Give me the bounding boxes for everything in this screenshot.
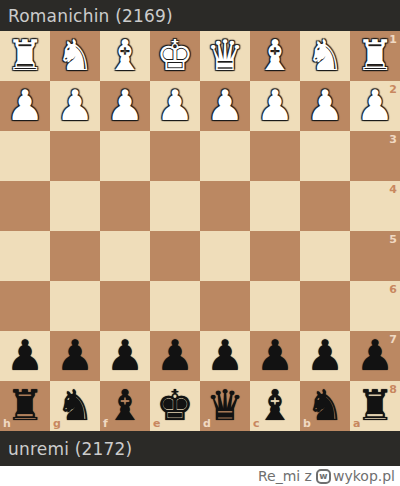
square-d6[interactable] [200,281,250,331]
white-pawn[interactable]: ♟ [300,81,350,131]
square-h3[interactable] [0,131,50,181]
square-f4[interactable] [100,181,150,231]
square-g5[interactable] [50,231,100,281]
square-a3[interactable]: 3 [350,131,400,181]
square-a8[interactable]: ♜8a [350,381,400,431]
square-b2[interactable]: ♟ [300,81,350,131]
square-g7[interactable]: ♟ [50,331,100,381]
black-knight[interactable]: ♞ [50,381,100,431]
square-c5[interactable] [250,231,300,281]
black-pawn[interactable]: ♟ [300,331,350,381]
chess-board: ♜♞♝♚♛♝♞♜1♟♟♟♟♟♟♟♟23456♟♟♟♟♟♟♟♟7♜h♞g♝f♚e♛… [0,31,400,431]
square-f5[interactable] [100,231,150,281]
square-b1[interactable]: ♞ [300,31,350,81]
rank-label-3: 3 [389,134,397,145]
white-rook[interactable]: ♜ [350,31,400,81]
square-e3[interactable] [150,131,200,181]
black-pawn[interactable]: ♟ [0,331,50,381]
square-h6[interactable] [0,281,50,331]
square-h2[interactable]: ♟ [0,81,50,131]
black-king[interactable]: ♚ [150,381,200,431]
player-top-name: Romanichin (2169) [8,6,173,26]
square-a2[interactable]: ♟2 [350,81,400,131]
white-pawn[interactable]: ♟ [0,81,50,131]
square-f7[interactable]: ♟ [100,331,150,381]
black-bishop[interactable]: ♝ [250,381,300,431]
white-bishop[interactable]: ♝ [100,31,150,81]
black-bishop[interactable]: ♝ [100,381,150,431]
square-h5[interactable] [0,231,50,281]
square-c2[interactable]: ♟ [250,81,300,131]
black-queen[interactable]: ♛ [200,381,250,431]
square-d5[interactable] [200,231,250,281]
square-h8[interactable]: ♜h [0,381,50,431]
square-a7[interactable]: ♟7 [350,331,400,381]
black-pawn[interactable]: ♟ [200,331,250,381]
square-g3[interactable] [50,131,100,181]
white-rook[interactable]: ♜ [0,31,50,81]
watermark-author: Re_mi z [258,468,312,484]
square-e2[interactable]: ♟ [150,81,200,131]
black-rook[interactable]: ♜ [350,381,400,431]
square-e6[interactable] [150,281,200,331]
square-f8[interactable]: ♝f [100,381,150,431]
black-pawn[interactable]: ♟ [150,331,200,381]
rank-label-6: 6 [389,284,397,295]
square-b4[interactable] [300,181,350,231]
white-knight[interactable]: ♞ [50,31,100,81]
square-e1[interactable]: ♚ [150,31,200,81]
square-e8[interactable]: ♚e [150,381,200,431]
square-c6[interactable] [250,281,300,331]
square-b8[interactable]: ♞b [300,381,350,431]
player-top-bar: Romanichin (2169) [0,0,400,31]
square-f1[interactable]: ♝ [100,31,150,81]
black-rook[interactable]: ♜ [0,381,50,431]
square-h4[interactable] [0,181,50,231]
square-h7[interactable]: ♟ [0,331,50,381]
square-f3[interactable] [100,131,150,181]
white-pawn[interactable]: ♟ [150,81,200,131]
black-knight[interactable]: ♞ [300,381,350,431]
square-b3[interactable] [300,131,350,181]
white-pawn[interactable]: ♟ [350,81,400,131]
white-pawn[interactable]: ♟ [200,81,250,131]
square-c4[interactable] [250,181,300,231]
player-bottom-name: unremi (2172) [8,439,132,459]
square-d7[interactable]: ♟ [200,331,250,381]
square-g1[interactable]: ♞ [50,31,100,81]
square-g2[interactable]: ♟ [50,81,100,131]
watermark-site: wykop.pl [333,468,395,484]
rank-label-4: 4 [389,184,397,195]
square-e4[interactable] [150,181,200,231]
rank-label-5: 5 [389,234,397,245]
square-d1[interactable]: ♛ [200,31,250,81]
square-d8[interactable]: ♛d [200,381,250,431]
square-e7[interactable]: ♟ [150,331,200,381]
player-bottom-bar: unremi (2172) [0,431,400,466]
chess-game-screen: Romanichin (2169) ♜♞♝♚♛♝♞♜1♟♟♟♟♟♟♟♟23456… [0,0,400,486]
square-b7[interactable]: ♟ [300,331,350,381]
square-d4[interactable] [200,181,250,231]
square-a1[interactable]: ♜1 [350,31,400,81]
black-pawn[interactable]: ♟ [250,331,300,381]
wykop-logo-icon: w [316,469,331,484]
black-pawn[interactable]: ♟ [350,331,400,381]
square-h1[interactable]: ♜ [0,31,50,81]
square-c8[interactable]: ♝c [250,381,300,431]
square-c3[interactable] [250,131,300,181]
white-pawn[interactable]: ♟ [250,81,300,131]
square-d3[interactable] [200,131,250,181]
white-pawn[interactable]: ♟ [100,81,150,131]
square-b6[interactable] [300,281,350,331]
square-g4[interactable] [50,181,100,231]
square-c7[interactable]: ♟ [250,331,300,381]
white-queen[interactable]: ♛ [200,31,250,81]
square-f6[interactable] [100,281,150,331]
square-c1[interactable]: ♝ [250,31,300,81]
square-g8[interactable]: ♞g [50,381,100,431]
white-pawn[interactable]: ♟ [50,81,100,131]
square-b5[interactable] [300,231,350,281]
black-pawn[interactable]: ♟ [100,331,150,381]
square-e5[interactable] [150,231,200,281]
white-knight[interactable]: ♞ [300,31,350,81]
square-a4[interactable]: 4 [350,181,400,231]
square-a6[interactable]: 6 [350,281,400,331]
white-king[interactable]: ♚ [150,31,200,81]
white-bishop[interactable]: ♝ [250,31,300,81]
black-pawn[interactable]: ♟ [50,331,100,381]
square-d2[interactable]: ♟ [200,81,250,131]
watermark-footer: Re_mi z w wykop.pl [0,466,400,486]
square-g6[interactable] [50,281,100,331]
square-f2[interactable]: ♟ [100,81,150,131]
square-a5[interactable]: 5 [350,231,400,281]
